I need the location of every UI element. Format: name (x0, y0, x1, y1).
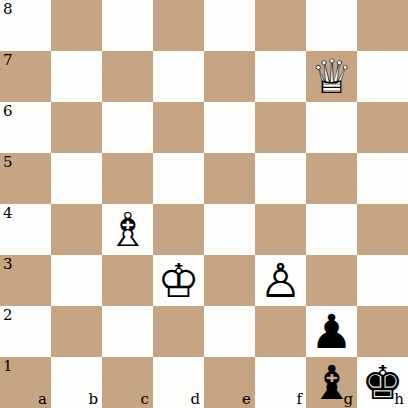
rank-label-5: 5 (3, 153, 13, 172)
square-b5[interactable] (51, 153, 102, 204)
square-b7[interactable] (51, 51, 102, 102)
rank-label-1: 1 (3, 357, 13, 376)
rank-label-7: 7 (3, 51, 13, 70)
king-glyph-outline: ♔ (153, 255, 204, 306)
piece-black-pawn-g2[interactable]: ♟ (306, 306, 357, 357)
square-d5[interactable] (153, 153, 204, 204)
file-label-b: b (88, 391, 98, 408)
square-d1[interactable]: d (153, 357, 204, 408)
square-e8[interactable] (204, 0, 255, 51)
square-a4[interactable]: 4 (0, 204, 51, 255)
piece-white-bishop-c4[interactable]: ♝♗ (102, 204, 153, 255)
square-a6[interactable]: 6 (0, 102, 51, 153)
square-f2[interactable] (255, 306, 306, 357)
square-f6[interactable] (255, 102, 306, 153)
square-a8[interactable]: 8 (0, 0, 51, 51)
pawn-glyph-fill: ♟ (255, 255, 306, 306)
square-c6[interactable] (102, 102, 153, 153)
file-label-c: c (141, 391, 149, 408)
rank-label-6: 6 (3, 102, 13, 121)
square-d8[interactable] (153, 0, 204, 51)
square-g7[interactable]: ♛♕ (306, 51, 357, 102)
square-h2[interactable] (357, 306, 408, 357)
queen-glyph-outline: ♕ (306, 51, 357, 102)
square-e2[interactable] (204, 306, 255, 357)
bishop-glyph: ♝ (306, 357, 357, 408)
square-d6[interactable] (153, 102, 204, 153)
square-c2[interactable] (102, 306, 153, 357)
square-d2[interactable] (153, 306, 204, 357)
square-h4[interactable] (357, 204, 408, 255)
piece-white-queen-g7[interactable]: ♛♕ (306, 51, 357, 102)
square-d3[interactable]: ♚♔ (153, 255, 204, 306)
square-a1[interactable]: 1a (0, 357, 51, 408)
square-e4[interactable] (204, 204, 255, 255)
square-e1[interactable]: e (204, 357, 255, 408)
piece-black-bishop-g1[interactable]: ♝ (306, 357, 357, 408)
square-h7[interactable] (357, 51, 408, 102)
square-b1[interactable]: b (51, 357, 102, 408)
square-f7[interactable] (255, 51, 306, 102)
queen-glyph-fill: ♛ (306, 51, 357, 102)
bishop-glyph-outline: ♗ (102, 204, 153, 255)
square-b4[interactable] (51, 204, 102, 255)
square-f8[interactable] (255, 0, 306, 51)
square-f1[interactable]: f (255, 357, 306, 408)
square-c1[interactable]: c (102, 357, 153, 408)
square-c7[interactable] (102, 51, 153, 102)
square-c4[interactable]: ♝♗ (102, 204, 153, 255)
square-b3[interactable] (51, 255, 102, 306)
square-a5[interactable]: 5 (0, 153, 51, 204)
piece-white-king-d3[interactable]: ♚♔ (153, 255, 204, 306)
rank-label-4: 4 (3, 204, 13, 223)
square-e3[interactable] (204, 255, 255, 306)
pawn-glyph: ♟ (306, 306, 357, 357)
square-g8[interactable] (306, 0, 357, 51)
square-h6[interactable] (357, 102, 408, 153)
square-h3[interactable] (357, 255, 408, 306)
square-b6[interactable] (51, 102, 102, 153)
square-h1[interactable]: h♚ (357, 357, 408, 408)
rank-label-8: 8 (3, 0, 13, 19)
square-c8[interactable] (102, 0, 153, 51)
pawn-glyph-outline: ♙ (255, 255, 306, 306)
square-b8[interactable] (51, 0, 102, 51)
rank-label-3: 3 (3, 255, 13, 274)
square-e7[interactable] (204, 51, 255, 102)
square-g1[interactable]: g♝ (306, 357, 357, 408)
square-f3[interactable]: ♟♙ (255, 255, 306, 306)
square-d4[interactable] (153, 204, 204, 255)
king-glyph: ♚ (357, 357, 408, 408)
square-f4[interactable] (255, 204, 306, 255)
bishop-glyph-fill: ♝ (102, 204, 153, 255)
file-label-e: e (242, 391, 251, 408)
square-h5[interactable] (357, 153, 408, 204)
square-e6[interactable] (204, 102, 255, 153)
file-label-a: a (38, 391, 47, 408)
rank-label-2: 2 (3, 306, 13, 325)
square-b2[interactable] (51, 306, 102, 357)
king-glyph-fill: ♚ (153, 255, 204, 306)
file-label-f: f (296, 391, 302, 408)
square-f5[interactable] (255, 153, 306, 204)
chess-board-wrapper: 87♛♕654♝♗3♚♔♟♙2♟1abcdefg♝h♚ (0, 0, 408, 408)
square-c5[interactable] (102, 153, 153, 204)
square-g2[interactable]: ♟ (306, 306, 357, 357)
square-a7[interactable]: 7 (0, 51, 51, 102)
square-g6[interactable] (306, 102, 357, 153)
piece-black-king-h1[interactable]: ♚ (357, 357, 408, 408)
piece-white-pawn-f3[interactable]: ♟♙ (255, 255, 306, 306)
square-c3[interactable] (102, 255, 153, 306)
square-d7[interactable] (153, 51, 204, 102)
square-g3[interactable] (306, 255, 357, 306)
square-a2[interactable]: 2 (0, 306, 51, 357)
square-g5[interactable] (306, 153, 357, 204)
square-h8[interactable] (357, 0, 408, 51)
square-e5[interactable] (204, 153, 255, 204)
file-label-d: d (190, 391, 200, 408)
square-a3[interactable]: 3 (0, 255, 51, 306)
square-g4[interactable] (306, 204, 357, 255)
chess-board: 87♛♕654♝♗3♚♔♟♙2♟1abcdefg♝h♚ (0, 0, 408, 408)
